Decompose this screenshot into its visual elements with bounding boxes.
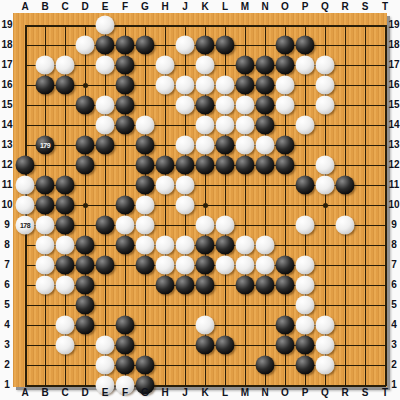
black-stone-K18 — [196, 36, 215, 55]
black-stone-G13 — [136, 136, 155, 155]
white-stone-Q15 — [316, 96, 335, 115]
star-point — [83, 83, 88, 88]
black-stone-D4 — [76, 316, 95, 335]
white-stone-B6 — [36, 276, 55, 295]
white-stone-E19 — [96, 16, 115, 35]
black-stone-C9 — [56, 216, 75, 235]
column-label-top-P: P — [302, 2, 309, 12]
white-stone-J10 — [176, 196, 195, 215]
white-stone-G14 — [136, 116, 155, 135]
white-stone-F9 — [116, 216, 135, 235]
black-stone-H12 — [156, 156, 175, 175]
black-stone-G7 — [136, 256, 155, 275]
row-label-right-18: 18 — [388, 40, 399, 50]
black-stone-L3 — [216, 336, 235, 355]
white-stone-L16 — [216, 76, 235, 95]
black-stone-F8 — [116, 236, 135, 255]
white-stone-M8 — [236, 236, 255, 255]
row-label-left-7: 7 — [4, 260, 10, 270]
row-label-left-18: 18 — [1, 40, 12, 50]
black-stone-N12 — [256, 156, 275, 175]
row-label-right-3: 3 — [391, 340, 397, 350]
white-stone-E17 — [96, 56, 115, 75]
row-label-right-19: 19 — [388, 20, 399, 30]
white-stone-O16 — [276, 76, 295, 95]
black-stone-O12 — [276, 156, 295, 175]
row-label-right-4: 4 — [391, 320, 397, 330]
white-stone-Q11 — [316, 176, 335, 195]
white-stone-K9 — [196, 216, 215, 235]
white-stone-E15 — [96, 96, 115, 115]
white-stone-K4 — [196, 316, 215, 335]
row-label-left-14: 14 — [1, 120, 12, 130]
column-label-top-C: C — [61, 2, 68, 12]
white-stone-H11 — [156, 176, 175, 195]
white-stone-C17 — [56, 56, 75, 75]
column-label-bottom-Q: Q — [321, 388, 329, 398]
black-stone-O4 — [276, 316, 295, 335]
black-stone-K12 — [196, 156, 215, 175]
black-stone-J12 — [176, 156, 195, 175]
column-label-bottom-A: A — [21, 388, 28, 398]
black-stone-R11 — [336, 176, 355, 195]
white-stone-Q2 — [316, 356, 335, 375]
white-stone-E2 — [96, 356, 115, 375]
black-stone-B13: 179 — [36, 136, 55, 155]
white-stone-A10 — [16, 196, 35, 215]
row-label-right-11: 11 — [389, 180, 400, 190]
black-stone-L12 — [216, 156, 235, 175]
column-label-top-O: O — [281, 2, 289, 12]
white-stone-R9 — [336, 216, 355, 235]
white-stone-B7 — [36, 256, 55, 275]
star-point — [323, 203, 328, 208]
black-stone-F16 — [116, 76, 135, 95]
black-stone-L13 — [216, 136, 235, 155]
black-stone-L18 — [216, 36, 235, 55]
star-point — [83, 203, 88, 208]
row-label-left-3: 3 — [4, 340, 10, 350]
white-stone-K14 — [196, 116, 215, 135]
white-stone-E3 — [96, 336, 115, 355]
column-label-top-D: D — [81, 2, 88, 12]
column-label-bottom-H: H — [161, 388, 168, 398]
column-label-top-K: K — [201, 2, 208, 12]
row-label-right-17: 17 — [388, 60, 399, 70]
black-stone-M12 — [236, 156, 255, 175]
row-label-right-1: 1 — [391, 380, 397, 390]
star-point — [203, 203, 208, 208]
black-stone-L8 — [216, 236, 235, 255]
white-stone-L9 — [216, 216, 235, 235]
white-stone-J13 — [176, 136, 195, 155]
black-stone-N17 — [256, 56, 275, 75]
black-stone-F17 — [116, 56, 135, 75]
white-stone-J18 — [176, 36, 195, 55]
column-label-top-E: E — [102, 2, 109, 12]
white-stone-Q4 — [316, 316, 335, 335]
black-stone-H6 — [156, 276, 175, 295]
black-stone-E9 — [96, 216, 115, 235]
black-stone-K3 — [196, 336, 215, 355]
white-stone-H7 — [156, 256, 175, 275]
white-stone-L7 — [216, 256, 235, 275]
white-stone-K16 — [196, 76, 215, 95]
row-label-left-6: 6 — [4, 280, 10, 290]
white-stone-P9 — [296, 216, 315, 235]
row-label-left-10: 10 — [1, 200, 12, 210]
black-stone-B10 — [36, 196, 55, 215]
black-stone-F3 — [116, 336, 135, 355]
black-stone-J6 — [176, 276, 195, 295]
white-stone-M7 — [236, 256, 255, 275]
go-board-window: 179178 AABBCCDDEEFFGGHHJJKKLLMMNNOOPPQQR… — [0, 0, 400, 400]
column-label-top-A: A — [21, 2, 28, 12]
row-label-left-9: 9 — [4, 220, 10, 230]
column-label-top-R: R — [341, 2, 348, 12]
white-stone-J16 — [176, 76, 195, 95]
row-label-right-13: 13 — [388, 140, 399, 150]
row-label-right-2: 2 — [391, 360, 397, 370]
black-stone-K6 — [196, 276, 215, 295]
white-stone-C8 — [56, 236, 75, 255]
move-number-label: 178 — [20, 222, 30, 229]
white-stone-C4 — [56, 316, 75, 335]
grid-line-vertical — [365, 25, 366, 386]
black-stone-D8 — [76, 236, 95, 255]
black-stone-O7 — [276, 256, 295, 275]
black-stone-C7 — [56, 256, 75, 275]
row-label-left-16: 16 — [1, 80, 12, 90]
white-stone-Q12 — [316, 156, 335, 175]
white-stone-P17 — [296, 56, 315, 75]
white-stone-J7 — [176, 256, 195, 275]
black-stone-G18 — [136, 36, 155, 55]
column-label-bottom-C: C — [61, 388, 68, 398]
black-stone-M16 — [236, 76, 255, 95]
row-label-left-11: 11 — [2, 180, 13, 190]
white-stone-N8 — [256, 236, 275, 255]
row-label-right-5: 5 — [391, 300, 397, 310]
white-stone-K17 — [196, 56, 215, 75]
black-stone-E18 — [96, 36, 115, 55]
black-stone-O18 — [276, 36, 295, 55]
white-stone-B9 — [36, 216, 55, 235]
black-stone-D12 — [76, 156, 95, 175]
row-label-left-8: 8 — [4, 240, 10, 250]
row-label-left-5: 5 — [4, 300, 10, 310]
white-stone-J11 — [176, 176, 195, 195]
black-stone-O3 — [276, 336, 295, 355]
white-stone-B17 — [36, 56, 55, 75]
white-stone-B8 — [36, 236, 55, 255]
black-stone-O6 — [276, 276, 295, 295]
column-label-top-L: L — [222, 2, 228, 12]
white-stone-Q3 — [316, 336, 335, 355]
black-stone-P3 — [296, 336, 315, 355]
black-stone-O17 — [276, 56, 295, 75]
black-stone-P2 — [296, 356, 315, 375]
black-stone-D7 — [76, 256, 95, 275]
row-label-right-9: 9 — [391, 220, 397, 230]
row-label-left-19: 19 — [1, 20, 12, 30]
white-stone-E14 — [96, 116, 115, 135]
white-stone-J8 — [176, 236, 195, 255]
white-stone-H17 — [156, 56, 175, 75]
black-stone-P11 — [296, 176, 315, 195]
column-label-bottom-F: F — [122, 388, 128, 398]
column-label-top-S: S — [362, 2, 369, 12]
black-stone-F2 — [116, 356, 135, 375]
row-label-right-14: 14 — [388, 120, 399, 130]
black-stone-N16 — [256, 76, 275, 95]
grid-line-vertical — [385, 25, 387, 386]
row-label-right-15: 15 — [388, 100, 399, 110]
black-stone-B11 — [36, 176, 55, 195]
white-stone-K13 — [196, 136, 215, 155]
black-stone-F4 — [116, 316, 135, 335]
black-stone-F10 — [116, 196, 135, 215]
white-stone-G8 — [136, 236, 155, 255]
black-stone-M6 — [236, 276, 255, 295]
white-stone-L14 — [216, 116, 235, 135]
column-label-bottom-N: N — [261, 388, 268, 398]
black-stone-G2 — [136, 356, 155, 375]
black-stone-C10 — [56, 196, 75, 215]
black-stone-P18 — [296, 36, 315, 55]
column-label-bottom-S: S — [362, 388, 369, 398]
column-label-top-Q: Q — [321, 2, 329, 12]
white-stone-P5 — [296, 296, 315, 315]
white-stone-C3 — [56, 336, 75, 355]
white-stone-A11 — [16, 176, 35, 195]
white-stone-P7 — [296, 256, 315, 275]
black-stone-M17 — [236, 56, 255, 75]
row-label-left-12: 12 — [1, 160, 12, 170]
row-label-left-1: 1 — [4, 380, 10, 390]
black-stone-B16 — [36, 76, 55, 95]
column-label-bottom-R: R — [341, 388, 348, 398]
move-number-label: 179 — [40, 142, 50, 149]
row-label-left-17: 17 — [1, 60, 12, 70]
column-label-bottom-O: O — [281, 388, 289, 398]
black-stone-C11 — [56, 176, 75, 195]
black-stone-A12 — [16, 156, 35, 175]
black-stone-N6 — [256, 276, 275, 295]
column-label-bottom-L: L — [222, 388, 228, 398]
row-label-left-4: 4 — [4, 320, 10, 330]
white-stone-G9 — [136, 216, 155, 235]
white-stone-M15 — [236, 96, 255, 115]
white-stone-Q17 — [316, 56, 335, 75]
black-stone-N2 — [256, 356, 275, 375]
row-label-right-10: 10 — [388, 200, 399, 210]
white-stone-L15 — [216, 96, 235, 115]
column-label-top-G: G — [141, 2, 149, 12]
grid-line-vertical — [345, 25, 346, 386]
white-stone-N7 — [256, 256, 275, 275]
black-stone-E13 — [96, 136, 115, 155]
black-stone-N14 — [256, 116, 275, 135]
row-label-right-8: 8 — [391, 240, 397, 250]
black-stone-G11 — [136, 176, 155, 195]
white-stone-Q16 — [316, 76, 335, 95]
column-label-top-M: M — [241, 2, 249, 12]
black-stone-D5 — [76, 296, 95, 315]
black-stone-E7 — [96, 256, 115, 275]
white-stone-D18 — [76, 36, 95, 55]
row-label-right-6: 6 — [391, 280, 397, 290]
white-stone-M14 — [236, 116, 255, 135]
column-label-top-H: H — [161, 2, 168, 12]
row-label-left-15: 15 — [1, 100, 12, 110]
white-stone-P6 — [296, 276, 315, 295]
white-stone-J15 — [176, 96, 195, 115]
column-label-bottom-B: B — [41, 388, 48, 398]
column-label-top-B: B — [41, 2, 48, 12]
black-stone-K7 — [196, 256, 215, 275]
column-label-top-T: T — [382, 2, 388, 12]
row-label-right-7: 7 — [391, 260, 397, 270]
white-stone-H8 — [156, 236, 175, 255]
white-stone-N13 — [256, 136, 275, 155]
row-label-left-13: 13 — [1, 140, 12, 150]
black-stone-K8 — [196, 236, 215, 255]
column-label-top-N: N — [261, 2, 268, 12]
column-label-top-F: F — [122, 2, 128, 12]
white-stone-O15 — [276, 96, 295, 115]
black-stone-D13 — [76, 136, 95, 155]
black-stone-G12 — [136, 156, 155, 175]
white-stone-P14 — [296, 116, 315, 135]
white-stone-A9: 178 — [16, 216, 35, 235]
white-stone-G10 — [136, 196, 155, 215]
row-label-right-16: 16 — [388, 80, 399, 90]
black-stone-D15 — [76, 96, 95, 115]
black-stone-C16 — [56, 76, 75, 95]
white-stone-C6 — [56, 276, 75, 295]
white-stone-M13 — [236, 136, 255, 155]
column-label-bottom-J: J — [182, 388, 188, 398]
row-label-right-12: 12 — [388, 160, 399, 170]
black-stone-N15 — [256, 96, 275, 115]
column-label-bottom-G: G — [141, 388, 149, 398]
goban[interactable]: 179178 — [13, 13, 387, 387]
column-label-bottom-E: E — [102, 388, 109, 398]
column-label-bottom-K: K — [201, 388, 208, 398]
black-stone-K15 — [196, 96, 215, 115]
black-stone-F14 — [116, 116, 135, 135]
row-label-left-2: 2 — [4, 360, 10, 370]
black-stone-F18 — [116, 36, 135, 55]
column-label-bottom-M: M — [241, 388, 249, 398]
column-label-bottom-D: D — [81, 388, 88, 398]
white-stone-H16 — [156, 76, 175, 95]
column-label-bottom-T: T — [382, 388, 388, 398]
column-label-top-J: J — [182, 2, 188, 12]
column-label-bottom-P: P — [302, 388, 309, 398]
black-stone-F15 — [116, 96, 135, 115]
black-stone-D6 — [76, 276, 95, 295]
white-stone-P4 — [296, 316, 315, 335]
black-stone-O13 — [276, 136, 295, 155]
